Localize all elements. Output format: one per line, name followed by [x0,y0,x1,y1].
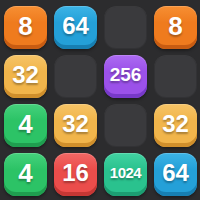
tile-4[interactable]: 4 [4,104,47,147]
tile-value: 32 [62,112,89,136]
tile-value: 4 [18,160,32,186]
tile-value: 64 [162,161,189,185]
tile-32[interactable]: 32 [54,104,97,147]
empty-cell [104,104,147,147]
tile-value: 32 [12,63,39,87]
tile-1024[interactable]: 1024 [104,153,147,196]
tile-8[interactable]: 8 [154,6,197,49]
tile-value: 256 [110,65,142,84]
tile-value: 16 [62,161,89,185]
tile-64[interactable]: 64 [54,6,97,49]
empty-cell [54,55,97,98]
tile-256[interactable]: 256 [104,55,147,98]
tile-value: 1024 [110,165,141,180]
tile-4[interactable]: 4 [4,153,47,196]
game-board[interactable]: 86483225643232416102464 [4,6,197,196]
tile-value: 8 [18,13,32,39]
tile-32[interactable]: 32 [4,55,47,98]
tile-16[interactable]: 16 [54,153,97,196]
tile-value: 4 [18,111,32,137]
tile-32[interactable]: 32 [154,104,197,147]
empty-cell [154,55,197,98]
tile-value: 8 [168,13,182,39]
tile-64[interactable]: 64 [154,153,197,196]
tile-value: 32 [162,112,189,136]
empty-cell [104,6,147,49]
tile-value: 64 [62,14,89,38]
tile-8[interactable]: 8 [4,6,47,49]
